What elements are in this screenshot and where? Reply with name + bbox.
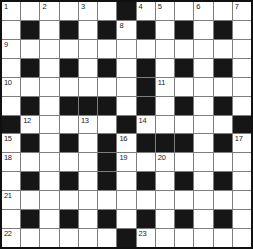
clue-number-17: 17 — [235, 134, 243, 143]
letter-cell-r8c6[interactable]: 19 — [117, 153, 135, 171]
letter-cell-r2c8[interactable] — [156, 40, 174, 58]
letter-cell-r10c6[interactable] — [117, 191, 135, 209]
block-cell-r11c11 — [214, 210, 232, 228]
letter-cell-r4c10[interactable] — [194, 78, 212, 96]
letter-cell-r12c10[interactable] — [194, 229, 212, 247]
letter-cell-r11c2[interactable] — [40, 210, 58, 228]
block-cell-r1c3 — [60, 21, 78, 39]
block-cell-r5c3 — [60, 97, 78, 115]
letter-cell-r6c3[interactable] — [60, 116, 78, 134]
letter-cell-r10c10[interactable] — [194, 191, 212, 209]
letter-cell-r12c1[interactable] — [21, 229, 39, 247]
block-cell-r5c1 — [21, 97, 39, 115]
letter-cell-r2c1[interactable] — [21, 40, 39, 58]
letter-cell-r0c8[interactable]: 5 — [156, 2, 174, 20]
block-cell-r6c0 — [2, 116, 20, 134]
letter-cell-r11c4[interactable] — [79, 210, 97, 228]
clue-number-3: 3 — [81, 2, 85, 11]
letter-cell-r8c7[interactable] — [137, 153, 155, 171]
letter-cell-r2c4[interactable] — [79, 40, 97, 58]
block-cell-r9c1 — [21, 172, 39, 190]
letter-cell-r10c2[interactable] — [40, 191, 58, 209]
clue-number-7: 7 — [235, 2, 239, 11]
clue-number-11: 11 — [158, 78, 165, 87]
letter-cell-r0c0[interactable]: 1 — [2, 2, 20, 20]
letter-cell-r6c10[interactable] — [194, 116, 212, 134]
letter-cell-r9c0[interactable] — [2, 172, 20, 190]
letter-cell-r4c0[interactable]: 10 — [2, 78, 20, 96]
block-cell-r1c5 — [98, 21, 116, 39]
letter-cell-r0c5[interactable] — [98, 2, 116, 20]
letter-cell-r11c12[interactable] — [233, 210, 251, 228]
letter-cell-r0c11[interactable] — [214, 2, 232, 20]
letter-cell-r10c0[interactable]: 21 — [2, 191, 20, 209]
letter-cell-r10c3[interactable] — [60, 191, 78, 209]
letter-cell-r12c7[interactable]: 23 — [137, 229, 155, 247]
letter-cell-r2c0[interactable]: 9 — [2, 40, 20, 58]
letter-cell-r7c4[interactable] — [79, 134, 97, 152]
block-cell-r3c5 — [98, 59, 116, 77]
block-cell-r1c1 — [21, 21, 39, 39]
block-cell-r6c6 — [117, 116, 135, 134]
clue-number-21: 21 — [4, 191, 12, 200]
letter-cell-r2c12[interactable] — [233, 40, 251, 58]
block-cell-r11c7 — [137, 210, 155, 228]
letter-cell-r4c4[interactable] — [79, 78, 97, 96]
block-cell-r3c3 — [60, 59, 78, 77]
crossword-board: 1234567891011121314151617181920212223 — [0, 0, 253, 249]
block-cell-r1c7 — [137, 21, 155, 39]
clue-number-12: 12 — [23, 116, 31, 125]
block-cell-r0c6 — [117, 2, 135, 20]
letter-cell-r6c7[interactable]: 14 — [137, 116, 155, 134]
letter-cell-r4c12[interactable] — [233, 78, 251, 96]
block-cell-r7c11 — [214, 134, 232, 152]
letter-cell-r9c8[interactable] — [156, 172, 174, 190]
clue-number-10: 10 — [4, 78, 12, 87]
clue-number-14: 14 — [139, 116, 147, 125]
clue-number-16: 16 — [119, 134, 127, 143]
letter-cell-r8c4[interactable] — [79, 153, 97, 171]
crossword-puzzle: 1234567891011121314151617181920212223 — [0, 0, 253, 249]
letter-cell-r3c6[interactable] — [117, 59, 135, 77]
letter-cell-r11c6[interactable] — [117, 210, 135, 228]
letter-cell-r2c11[interactable] — [214, 40, 232, 58]
letter-cell-r8c9[interactable] — [175, 153, 193, 171]
clue-number-20: 20 — [158, 153, 166, 162]
block-cell-r7c9 — [175, 134, 193, 152]
block-cell-r5c5 — [98, 97, 116, 115]
letter-cell-r12c12[interactable] — [233, 229, 251, 247]
clue-number-2: 2 — [42, 2, 46, 11]
letter-cell-r10c1[interactable] — [21, 191, 39, 209]
block-cell-r11c3 — [60, 210, 78, 228]
letter-cell-r12c5[interactable] — [98, 229, 116, 247]
letter-cell-r6c2[interactable] — [40, 116, 58, 134]
block-cell-r5c4 — [79, 97, 97, 115]
block-cell-r8c5 — [98, 153, 116, 171]
block-cell-r7c7 — [137, 134, 155, 152]
clue-number-15: 15 — [4, 134, 12, 143]
letter-cell-r6c5[interactable] — [98, 116, 116, 134]
letter-cell-r3c8[interactable] — [156, 59, 174, 77]
letter-cell-r5c2[interactable] — [40, 97, 58, 115]
block-cell-r7c1 — [21, 134, 39, 152]
block-cell-r3c9 — [175, 59, 193, 77]
letter-cell-r4c9[interactable] — [175, 78, 193, 96]
clue-number-8: 8 — [119, 21, 123, 30]
letter-cell-r12c0[interactable]: 22 — [2, 229, 20, 247]
letter-cell-r11c8[interactable] — [156, 210, 174, 228]
letter-cell-r3c2[interactable] — [40, 59, 58, 77]
letter-cell-r12c11[interactable] — [214, 229, 232, 247]
letter-cell-r1c0[interactable] — [2, 21, 20, 39]
letter-cell-r0c9[interactable] — [175, 2, 193, 20]
block-cell-r5c11 — [214, 97, 232, 115]
letter-cell-r2c10[interactable] — [194, 40, 212, 58]
clue-number-19: 19 — [119, 153, 127, 162]
clue-number-23: 23 — [139, 229, 147, 238]
letter-cell-r5c8[interactable] — [156, 97, 174, 115]
letter-cell-r11c10[interactable] — [194, 210, 212, 228]
letter-cell-r10c12[interactable] — [233, 191, 251, 209]
letter-cell-r1c8[interactable] — [156, 21, 174, 39]
letter-cell-r6c4[interactable]: 13 — [79, 116, 97, 134]
letter-cell-r10c11[interactable] — [214, 191, 232, 209]
clue-number-5: 5 — [158, 2, 162, 11]
letter-cell-r0c1[interactable] — [21, 2, 39, 20]
letter-cell-r10c5[interactable] — [98, 191, 116, 209]
block-cell-r7c5 — [98, 134, 116, 152]
block-cell-r9c5 — [98, 172, 116, 190]
letter-cell-r5c12[interactable] — [233, 97, 251, 115]
clue-number-1: 1 — [4, 2, 8, 11]
letter-cell-r0c10[interactable]: 6 — [194, 2, 212, 20]
letter-cell-r11c0[interactable] — [2, 210, 20, 228]
letter-cell-r4c1[interactable] — [21, 78, 39, 96]
letter-cell-r6c11[interactable] — [214, 116, 232, 134]
letter-cell-r10c7[interactable] — [137, 191, 155, 209]
letter-cell-r4c5[interactable] — [98, 78, 116, 96]
letter-cell-r5c0[interactable] — [2, 97, 20, 115]
letter-cell-r4c2[interactable] — [40, 78, 58, 96]
letter-cell-r0c7[interactable]: 4 — [137, 2, 155, 20]
letter-cell-r5c6[interactable] — [117, 97, 135, 115]
letter-cell-r10c8[interactable] — [156, 191, 174, 209]
letter-cell-r6c8[interactable] — [156, 116, 174, 134]
clue-number-18: 18 — [4, 153, 12, 162]
letter-cell-r0c4[interactable]: 3 — [79, 2, 97, 20]
letter-cell-r9c2[interactable] — [40, 172, 58, 190]
block-cell-r9c9 — [175, 172, 193, 190]
letter-cell-r4c6[interactable] — [117, 78, 135, 96]
block-cell-r3c11 — [214, 59, 232, 77]
letter-cell-r9c12[interactable] — [233, 172, 251, 190]
letter-cell-r1c2[interactable] — [40, 21, 58, 39]
letter-cell-r7c10[interactable] — [194, 134, 212, 152]
block-cell-r7c8 — [156, 134, 174, 152]
letter-cell-r7c6[interactable]: 16 — [117, 134, 135, 152]
block-cell-r5c7 — [137, 97, 155, 115]
block-cell-r11c9 — [175, 210, 193, 228]
letter-cell-r8c0[interactable]: 18 — [2, 153, 20, 171]
letter-cell-r9c10[interactable] — [194, 172, 212, 190]
letter-cell-r2c9[interactable] — [175, 40, 193, 58]
letter-cell-r8c8[interactable]: 20 — [156, 153, 174, 171]
letter-cell-r2c2[interactable] — [40, 40, 58, 58]
clue-number-22: 22 — [4, 229, 12, 238]
letter-cell-r1c12[interactable] — [233, 21, 251, 39]
letter-cell-r12c3[interactable] — [60, 229, 78, 247]
letter-cell-r8c2[interactable] — [40, 153, 58, 171]
letter-cell-r3c0[interactable] — [2, 59, 20, 77]
letter-cell-r8c10[interactable] — [194, 153, 212, 171]
letter-cell-r9c6[interactable] — [117, 172, 135, 190]
block-cell-r9c7 — [137, 172, 155, 190]
letter-cell-r3c10[interactable] — [194, 59, 212, 77]
clue-number-13: 13 — [81, 116, 89, 125]
letter-cell-r12c2[interactable] — [40, 229, 58, 247]
clue-number-9: 9 — [4, 40, 8, 49]
letter-cell-r4c3[interactable] — [60, 78, 78, 96]
letter-cell-r2c7[interactable] — [137, 40, 155, 58]
letter-cell-r8c12[interactable] — [233, 153, 251, 171]
letter-cell-r8c3[interactable] — [60, 153, 78, 171]
letter-cell-r4c11[interactable] — [214, 78, 232, 96]
letter-cell-r7c12[interactable]: 17 — [233, 134, 251, 152]
letter-cell-r2c5[interactable] — [98, 40, 116, 58]
letter-cell-r6c1[interactable]: 12 — [21, 116, 39, 134]
letter-cell-r2c3[interactable] — [60, 40, 78, 58]
letter-cell-r1c10[interactable] — [194, 21, 212, 39]
block-cell-r6c12 — [233, 116, 251, 134]
letter-cell-r1c4[interactable] — [79, 21, 97, 39]
clue-number-6: 6 — [196, 2, 200, 11]
letter-cell-r12c8[interactable] — [156, 229, 174, 247]
letter-cell-r7c2[interactable] — [40, 134, 58, 152]
letter-cell-r4c8[interactable]: 11 — [156, 78, 174, 96]
clue-number-4: 4 — [139, 2, 143, 11]
block-cell-r12c6 — [117, 229, 135, 247]
letter-cell-r3c4[interactable] — [79, 59, 97, 77]
letter-cell-r10c9[interactable] — [175, 191, 193, 209]
block-cell-r9c11 — [214, 172, 232, 190]
letter-cell-r1c6[interactable]: 8 — [117, 21, 135, 39]
block-cell-r3c1 — [21, 59, 39, 77]
letter-cell-r5c10[interactable] — [194, 97, 212, 115]
letter-cell-r6c9[interactable] — [175, 116, 193, 134]
letter-cell-r2c6[interactable] — [117, 40, 135, 58]
block-cell-r7c3 — [60, 134, 78, 152]
letter-cell-r8c11[interactable] — [214, 153, 232, 171]
letter-cell-r8c1[interactable] — [21, 153, 39, 171]
block-cell-r1c11 — [214, 21, 232, 39]
letter-cell-r3c12[interactable] — [233, 59, 251, 77]
letter-cell-r7c0[interactable]: 15 — [2, 134, 20, 152]
letter-cell-r0c12[interactable]: 7 — [233, 2, 251, 20]
letter-cell-r0c2[interactable]: 2 — [40, 2, 58, 20]
block-cell-r11c5 — [98, 210, 116, 228]
letter-cell-r12c4[interactable] — [79, 229, 97, 247]
letter-cell-r10c4[interactable] — [79, 191, 97, 209]
letter-cell-r9c4[interactable] — [79, 172, 97, 190]
letter-cell-r0c3[interactable] — [60, 2, 78, 20]
block-cell-r11c1 — [21, 210, 39, 228]
block-cell-r9c3 — [60, 172, 78, 190]
letter-cell-r12c9[interactable] — [175, 229, 193, 247]
block-cell-r4c7 — [137, 78, 155, 96]
block-cell-r3c7 — [137, 59, 155, 77]
block-cell-r1c9 — [175, 21, 193, 39]
block-cell-r5c9 — [175, 97, 193, 115]
